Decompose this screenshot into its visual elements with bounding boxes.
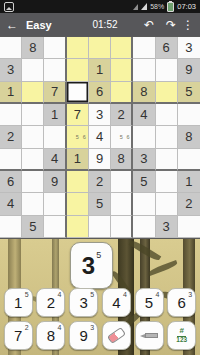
cell-r9c9[interactable] [178, 216, 200, 238]
keypad-button-7[interactable]: 72 [4, 321, 33, 350]
cell-r7c8[interactable] [156, 171, 178, 193]
keypad-digit: 4 [112, 295, 120, 310]
cell-r8c2[interactable] [22, 193, 44, 215]
keypad-button-2[interactable]: 24 [36, 288, 65, 317]
cell-r2c2[interactable] [22, 59, 44, 81]
cell-r5c5[interactable]: 4 [89, 126, 111, 148]
given-digit: 2 [185, 196, 192, 211]
given-digit: 9 [185, 62, 192, 77]
given-digit: 3 [7, 62, 14, 77]
cell-r6c7[interactable]: 3 [133, 149, 155, 171]
given-digit: 7 [51, 84, 58, 99]
cell-r9c2[interactable]: 5 [22, 216, 44, 238]
keypad-digit: 7 [14, 328, 22, 343]
cell-r4c7[interactable]: 4 [133, 104, 155, 126]
cell-r2c6[interactable] [111, 59, 133, 81]
sudoku-app-screen: 58% 07:03 ← Easy 01:52 ↶ ↷ ⋮ 86331917685… [0, 0, 200, 355]
cell-r4c9[interactable] [178, 104, 200, 126]
status-bar: 58% 07:03 [0, 0, 200, 13]
cell-r7c4[interactable] [67, 171, 89, 193]
cell-r7c7[interactable]: 5 [133, 171, 155, 193]
redo-icon[interactable]: ↷ [160, 18, 182, 32]
cell-r7c9[interactable]: 1 [178, 171, 200, 193]
keypad-digit-count: 4 [58, 324, 62, 331]
cell-r7c5[interactable]: 2 [89, 171, 111, 193]
cell-r4c3[interactable]: 1 [44, 104, 66, 126]
cell-r9c8[interactable]: 3 [156, 216, 178, 238]
number-mode-icon: # 123 [176, 327, 187, 344]
cell-r9c3[interactable] [44, 216, 66, 238]
cell-r9c4[interactable] [67, 216, 89, 238]
cell-r8c3[interactable] [44, 193, 66, 215]
cell-r2c8[interactable] [156, 59, 178, 81]
given-digit: 8 [29, 40, 36, 55]
cell-r8c7[interactable] [133, 193, 155, 215]
cell-r3c4[interactable] [67, 82, 89, 104]
given-digit: 5 [29, 219, 36, 234]
given-digit: 1 [74, 151, 81, 166]
pencil-marks: 56 [67, 126, 88, 147]
cell-r8c9[interactable]: 2 [178, 193, 200, 215]
pressed-key-preview: 3 5 [70, 242, 113, 289]
battery-percent: 58% [150, 3, 164, 10]
keypad-row-2: 728493 # 123 [0, 321, 200, 350]
cell-r6c4[interactable]: 1 [67, 149, 89, 171]
cell-r5c8[interactable] [156, 126, 178, 148]
cell-r6c6[interactable]: 8 [111, 149, 133, 171]
cell-r5c2[interactable] [22, 126, 44, 148]
back-arrow-icon[interactable]: ← [6, 18, 26, 32]
clock: 07:03 [177, 2, 196, 11]
cell-r4c6[interactable]: 2 [111, 104, 133, 126]
screenshot-notification-icon [4, 2, 14, 12]
cell-r8c4[interactable] [67, 193, 89, 215]
cell-r3c5[interactable]: 6 [89, 82, 111, 104]
cell-r1c6[interactable] [111, 37, 133, 59]
keypad-digit: 9 [79, 328, 87, 343]
given-digit: 9 [51, 174, 58, 189]
number-input-mode-button[interactable]: # 123 [167, 321, 196, 350]
keypad-row-1: 152435445463 [0, 288, 200, 317]
preview-count: 5 [96, 250, 101, 260]
cell-r4c8[interactable] [156, 104, 178, 126]
cell-r4c4[interactable]: 7 [67, 104, 89, 126]
keypad-digit-count: 3 [188, 291, 192, 298]
cell-r4c1[interactable] [0, 104, 22, 126]
keypad-digit: 8 [47, 328, 55, 343]
cell-r3c1[interactable]: 1 [0, 82, 22, 104]
cell-r9c6[interactable] [111, 216, 133, 238]
cell-r3c2[interactable] [22, 82, 44, 104]
keypad-button-5[interactable]: 54 [135, 288, 164, 317]
cell-r1c8[interactable]: 6 [156, 37, 178, 59]
given-digit: 3 [163, 219, 170, 234]
given-digit: 6 [7, 174, 14, 189]
given-digit: 3 [140, 151, 147, 166]
given-digit: 5 [185, 84, 192, 99]
keypad-button-9[interactable]: 93 [69, 321, 98, 350]
keypad-digit: 3 [79, 295, 87, 310]
cell-r3c9[interactable]: 5 [178, 82, 200, 104]
given-digit: 5 [140, 174, 147, 189]
sudoku-board: 86331917685173242564568419836925145253 [0, 36, 200, 239]
pencil-marks: 56 [111, 126, 131, 147]
cell-r7c1[interactable]: 6 [0, 171, 22, 193]
cell-r1c4[interactable] [67, 37, 89, 59]
cell-r5c4[interactable]: 56 [67, 126, 89, 148]
signal-icon [141, 3, 147, 10]
given-digit: 1 [185, 174, 192, 189]
keypad-digit-count: 3 [90, 324, 94, 331]
user-digit: 4 [96, 129, 103, 144]
given-digit: 4 [140, 107, 147, 122]
keypad-digit: 2 [47, 295, 55, 310]
given-digit: 2 [7, 129, 14, 144]
given-digit: 1 [51, 107, 58, 122]
cell-r1c2[interactable]: 8 [22, 37, 44, 59]
cell-r5c3[interactable] [44, 126, 66, 148]
cell-r7c2[interactable] [22, 171, 44, 193]
keypad-digit: 5 [145, 295, 153, 310]
given-digit: 6 [163, 40, 170, 55]
cell-r9c5[interactable] [89, 216, 111, 238]
cell-r6c2[interactable] [22, 149, 44, 171]
network-status-icon [133, 4, 138, 10]
cell-r6c9[interactable] [178, 149, 200, 171]
keypad-digit-count: 4 [123, 291, 127, 298]
game-timer: 01:52 [72, 19, 138, 30]
cell-r5c6[interactable]: 56 [111, 126, 133, 148]
cell-r1c3[interactable] [44, 37, 66, 59]
keypad-digit-count: 5 [90, 291, 94, 298]
cell-r6c1[interactable] [0, 149, 22, 171]
keypad-digit: 1 [14, 295, 22, 310]
cell-r3c8[interactable] [156, 82, 178, 104]
keypad-button-6[interactable]: 63 [167, 288, 196, 317]
keypad-button-8[interactable]: 84 [36, 321, 65, 350]
undo-icon[interactable]: ↶ [138, 18, 160, 32]
given-digit: 1 [96, 62, 103, 77]
cell-r8c1[interactable]: 4 [0, 193, 22, 215]
cell-r2c7[interactable] [133, 59, 155, 81]
given-digit: 2 [118, 107, 125, 122]
pencil-icon [140, 333, 158, 338]
cell-r7c3[interactable]: 9 [44, 171, 66, 193]
given-digit: 2 [96, 174, 103, 189]
given-digit: 5 [96, 196, 103, 211]
cell-r3c7[interactable]: 8 [133, 82, 155, 104]
given-digit: 4 [51, 151, 58, 166]
cell-r9c1[interactable] [0, 216, 22, 238]
keypad-digit-count: 2 [25, 324, 29, 331]
cell-r4c5[interactable]: 3 [89, 104, 111, 126]
cell-r7c6[interactable] [111, 171, 133, 193]
cell-r2c3[interactable] [44, 59, 66, 81]
keypad-button-1[interactable]: 15 [4, 288, 33, 317]
user-digit: 3 [96, 107, 103, 122]
keypad-button-4[interactable]: 44 [102, 288, 131, 317]
cell-r1c1[interactable] [0, 37, 22, 59]
cell-r2c5[interactable]: 1 [89, 59, 111, 81]
cell-r5c1[interactable]: 2 [0, 126, 22, 148]
given-digit: 8 [118, 151, 125, 166]
cell-r2c4[interactable] [67, 59, 89, 81]
given-digit: 6 [96, 84, 103, 99]
cell-r2c9[interactable]: 9 [178, 59, 200, 81]
user-digit: 3 [185, 40, 192, 55]
keypad-button-3[interactable]: 35 [69, 288, 98, 317]
cell-r8c8[interactable] [156, 193, 178, 215]
pencil-button[interactable] [135, 321, 164, 350]
keypad-digit-count: 5 [25, 291, 29, 298]
keypad-digit-count: 4 [58, 291, 62, 298]
user-digit: 9 [96, 151, 103, 166]
cell-r5c7[interactable] [133, 126, 155, 148]
cell-r1c9[interactable]: 3 [178, 37, 200, 59]
cell-r5c9[interactable]: 8 [178, 126, 200, 148]
cell-r9c7[interactable] [133, 216, 155, 238]
difficulty-title: Easy [26, 19, 72, 31]
cell-r8c5[interactable]: 5 [89, 193, 111, 215]
given-digit: 8 [185, 129, 192, 144]
cell-r6c3[interactable]: 4 [44, 149, 66, 171]
eraser-button[interactable] [102, 321, 131, 350]
toolbar: ← Easy 01:52 ↶ ↷ ⋮ [0, 13, 200, 36]
given-digit: 4 [7, 196, 14, 211]
cell-r3c3[interactable]: 7 [44, 82, 66, 104]
user-digit: 7 [74, 107, 81, 122]
cell-r1c5[interactable] [89, 37, 111, 59]
keypad-digit-count: 4 [156, 291, 160, 298]
cell-r8c6[interactable] [111, 193, 133, 215]
eraser-icon [107, 327, 126, 344]
given-digit: 1 [7, 84, 14, 99]
cell-r3c6[interactable] [111, 82, 133, 104]
cell-r6c5[interactable]: 9 [89, 149, 111, 171]
cell-r6c8[interactable] [156, 149, 178, 171]
overflow-menu-icon[interactable]: ⋮ [182, 18, 194, 32]
cell-r4c2[interactable] [22, 104, 44, 126]
preview-digit: 3 [82, 254, 95, 278]
bottom-panel: 3 5 152435445463 728493 # 123 [0, 239, 200, 355]
keypad-digit: 6 [178, 295, 186, 310]
cell-r1c7[interactable] [133, 37, 155, 59]
cell-r2c1[interactable]: 3 [0, 59, 22, 81]
battery-icon [167, 2, 174, 12]
given-digit: 8 [140, 84, 147, 99]
